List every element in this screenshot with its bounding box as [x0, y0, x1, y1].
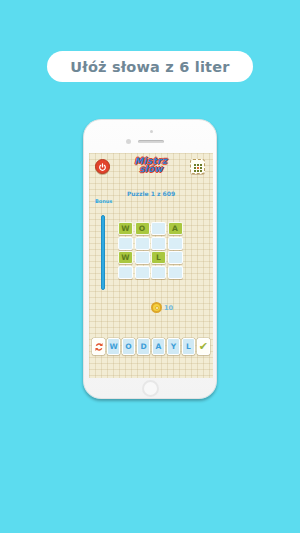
rack-tiles: WODAYL — [107, 338, 195, 355]
shuffle-icon — [94, 337, 104, 356]
home-button — [142, 380, 159, 397]
bulb-glyph — [155, 306, 159, 310]
grid-cell-14[interactable] — [151, 266, 166, 279]
grid-cell-1[interactable]: O — [135, 222, 150, 235]
rack-tile-0[interactable]: W — [107, 338, 120, 355]
grid-cell-13[interactable] — [135, 266, 150, 279]
grid-cell-0[interactable]: W — [118, 222, 133, 235]
bonus-progress-bar — [101, 215, 105, 290]
bonus-label: Bonus — [95, 198, 112, 204]
lightbulb-coin-icon — [151, 302, 162, 313]
grid-cell-3[interactable]: A — [168, 222, 183, 235]
rack-tile-5[interactable]: L — [182, 338, 195, 355]
grid-cell-8[interactable]: W — [118, 251, 133, 264]
grid-cell-15[interactable] — [168, 266, 183, 279]
speaker-slot — [138, 140, 164, 143]
app-logo: Mistrz słów — [89, 156, 213, 174]
app-store-screenshot: Ułóż słowa z 6 liter — [0, 0, 300, 533]
shuffle-button[interactable] — [92, 338, 105, 355]
grid-cell-6[interactable] — [151, 237, 166, 250]
grid-cell-10[interactable]: L — [151, 251, 166, 264]
caption-text: Ułóż słowa z 6 liter — [70, 59, 229, 75]
grid-cell-12[interactable] — [118, 266, 133, 279]
puzzle-grid: WOAWL — [118, 222, 183, 279]
rack-tile-3[interactable]: A — [152, 338, 165, 355]
letter-rack: WODAYL ✔ — [92, 338, 210, 355]
grid-cell-5[interactable] — [135, 237, 150, 250]
hint-button[interactable]: 10 — [151, 302, 173, 313]
grid-cell-9[interactable] — [135, 251, 150, 264]
caption-pill: Ułóż słowa z 6 liter — [47, 51, 253, 82]
grid-cell-7[interactable] — [168, 237, 183, 250]
check-icon: ✔ — [199, 341, 208, 352]
phone-frame: Mistrz słów Puzzle 1 z 609 Bonus WOAWL 1… — [83, 119, 217, 399]
camera-dot — [150, 130, 153, 133]
rack-tile-4[interactable]: Y — [167, 338, 180, 355]
rack-tile-1[interactable]: O — [122, 338, 135, 355]
game-screen: Mistrz słów Puzzle 1 z 609 Bonus WOAWL 1… — [89, 153, 213, 378]
hint-count: 10 — [164, 304, 173, 312]
rack-tile-2[interactable]: D — [137, 338, 150, 355]
grid-cell-2[interactable] — [151, 222, 166, 235]
puzzle-counter: Puzzle 1 z 609 — [89, 190, 213, 197]
grid-cell-4[interactable] — [118, 237, 133, 250]
confirm-button[interactable]: ✔ — [197, 338, 210, 355]
front-camera — [126, 139, 131, 144]
grid-cell-11[interactable] — [168, 251, 183, 264]
